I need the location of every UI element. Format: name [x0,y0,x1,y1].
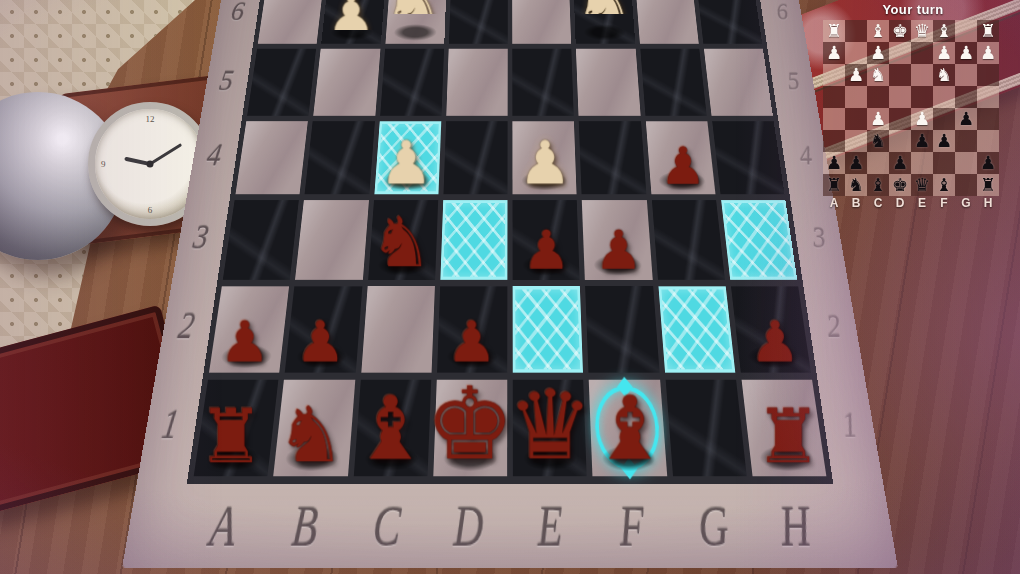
rank-label-left-1: 1 [159,401,183,448]
mini-file-label-D: D [889,196,911,210]
mini-square-e1: ♛ [911,174,933,196]
square-g1[interactable] [665,380,746,476]
mini-square-g7: ♟ [955,42,977,64]
square-b4[interactable] [305,121,375,194]
mini-square-c7: ♟ [867,42,889,64]
mini-square-f5 [933,86,955,108]
square-b6[interactable]: ♟ [321,0,385,44]
mini-square-d8: ♚ [889,20,911,42]
square-e5[interactable] [512,49,574,116]
mini-square-b2: ♟ [845,152,867,174]
mini-square-g8 [955,20,977,42]
rank-label-right-3: 3 [810,219,828,254]
piece-black-rook-a1[interactable]: ♜ [198,399,265,474]
mini-square-c4: ♟ [867,108,889,130]
mini-square-c6: ♞ [867,64,889,86]
square-b5[interactable] [313,49,380,116]
mini-square-e8: ♛ [911,20,933,42]
mini-file-label-C: C [867,196,889,210]
mini-file-label-B: B [845,196,867,210]
mini-square-e2 [911,152,933,174]
mini-piece-black-pawn-a2: ♟ [823,152,845,174]
square-h4[interactable] [712,121,785,194]
mini-square-e5 [911,86,933,108]
mini-piece-black-pawn-b2: ♟ [845,152,867,174]
mini-square-f2 [933,152,955,174]
mini-square-e7 [911,42,933,64]
rank-label-right-5: 5 [785,66,801,95]
square-g2[interactable] [658,286,735,373]
mini-square-h1: ♜ [977,174,999,196]
square-e4[interactable]: ♟ [512,121,576,194]
square-f6[interactable]: ♞ [574,0,635,44]
chess-board: ♜♝♚♛♝♜♟♟♟♟♟♟♞♞♟♟♟♞♟♟♟♟♟♟♜♞♝♚♛♝♜ AABBCCDD… [122,0,898,568]
mini-square-f4 [933,108,955,130]
file-label-bottom-G: G [696,494,732,559]
mini-square-e3: ♟ [911,130,933,152]
mini-square-b3 [845,130,867,152]
mini-square-g4: ♟ [955,108,977,130]
mini-square-a2: ♟ [823,152,845,174]
piece-white-knight-f6[interactable]: ♞ [574,0,637,42]
mini-piece-white-bishop-c8: ♝ [867,20,889,42]
mini-square-h7: ♟ [977,42,999,64]
mini-file-label-H: H [977,196,999,210]
square-f1[interactable]: ♝ [589,380,667,476]
square-g5[interactable] [640,49,707,116]
file-label-bottom-B: B [289,494,320,559]
square-a3[interactable] [223,200,299,280]
mini-piece-black-pawn-e3: ♟ [911,130,933,152]
square-d4[interactable] [443,121,507,194]
mini-piece-black-king-d1: ♚ [889,174,911,196]
mini-piece-white-king-d8: ♚ [889,20,911,42]
piece-black-rook-h1[interactable]: ♜ [756,399,823,474]
square-e3[interactable]: ♟ [513,200,580,280]
file-label-bottom-A: A [206,494,240,559]
piece-white-pawn-e4[interactable]: ♟ [518,132,572,192]
mini-piece-black-pawn-f3: ♟ [933,130,955,152]
mini-board: ♜♝♚♛♝♜♟♟♟♟♟♟♞♞♟♟♟♞♟♟♟♟♟♟♜♞♝♚♛♝♜ [823,20,999,196]
mini-board-file-labels: ABCDEFGH [823,196,999,210]
board-squares: ♜♝♚♛♝♜♟♟♟♟♟♟♞♞♟♟♟♞♟♟♟♟♟♟♜♞♝♚♛♝♜ [187,0,834,484]
mini-square-c3: ♞ [867,130,889,152]
mini-square-d5 [889,86,911,108]
mini-square-b8 [845,20,867,42]
square-c5[interactable] [380,49,444,116]
piece-black-pawn-f3[interactable]: ♟ [594,223,642,277]
piece-white-pawn-c4[interactable]: ♟ [379,132,433,192]
mini-square-h6 [977,64,999,86]
mini-piece-black-pawn-g4: ♟ [955,108,977,130]
mini-square-f7: ♟ [933,42,955,64]
piece-black-pawn-g4[interactable]: ♟ [660,141,706,193]
file-label-bottom-E: E [537,494,563,559]
mini-square-d7 [889,42,911,64]
mini-piece-white-rook-a8: ♜ [823,20,845,42]
square-b3[interactable] [295,200,368,280]
mini-piece-white-knight-c6: ♞ [867,64,889,86]
mini-piece-white-pawn-c7: ♟ [867,42,889,64]
mini-piece-black-queen-e1: ♛ [911,174,933,196]
square-c3[interactable]: ♞ [368,200,438,280]
mini-piece-white-knight-f6: ♞ [933,64,955,86]
mini-square-h3 [977,130,999,152]
mini-square-h2: ♟ [977,152,999,174]
mini-square-a8: ♜ [823,20,845,42]
square-a5[interactable] [247,49,316,116]
mini-piece-black-rook-h1: ♜ [977,174,999,196]
mini-piece-white-pawn-c4: ♟ [867,108,889,130]
square-f3[interactable]: ♟ [582,200,652,280]
piece-black-king-d1[interactable]: ♚ [426,374,515,474]
mini-piece-white-rook-h8: ♜ [977,20,999,42]
mini-piece-white-pawn-g7: ♟ [955,42,977,64]
mini-piece-white-bishop-f8: ♝ [933,20,955,42]
piece-black-pawn-h2[interactable]: ♟ [750,314,801,370]
square-d5[interactable] [446,49,508,116]
mini-piece-white-pawn-e4: ♟ [911,108,933,130]
square-e2[interactable] [513,286,584,373]
piece-black-knight-b1[interactable]: ♞ [276,397,345,474]
square-g6[interactable] [635,0,699,44]
hud-overlay: Your turn ♜♝♚♛♝♜♟♟♟♟♟♟♞♞♟♟♟♞♟♟♟♟♟♟♜♞♝♚♛♝… [815,0,1011,17]
mini-file-label-F: F [933,196,955,210]
piece-black-queen-e1[interactable]: ♛ [507,378,593,474]
file-label-bottom-C: C [371,494,402,559]
mini-piece-black-knight-b1: ♞ [845,174,867,196]
rank-label-left-4: 4 [204,138,224,173]
mini-square-f1: ♝ [933,174,955,196]
rank-label-left-2: 2 [175,305,197,348]
square-a2[interactable]: ♟ [209,286,289,373]
game-scene: 123 69 ♜♝♚♛♝♜♟♟♟♟♟♟♞♞♟♟♟♞♟♟♟♟♟♟♜♞♝♚♛♝♜ A… [0,0,1020,574]
mini-square-h8: ♜ [977,20,999,42]
square-f5[interactable] [576,49,640,116]
mini-square-d6 [889,64,911,86]
mini-file-label-G: G [955,196,977,210]
square-d1[interactable]: ♚ [433,380,507,476]
square-b2[interactable]: ♟ [285,286,362,373]
mini-piece-white-pawn-h7: ♟ [977,42,999,64]
mini-square-g2 [955,152,977,174]
mini-square-d1: ♚ [889,174,911,196]
piece-white-pawn-b6[interactable]: ♟ [326,0,375,42]
square-e1[interactable]: ♛ [513,380,587,476]
mini-square-a4 [823,108,845,130]
square-c4[interactable]: ♟ [374,121,441,194]
mini-square-d3 [889,130,911,152]
mini-square-g1 [955,174,977,196]
piece-white-knight-c6[interactable]: ♞ [383,0,446,42]
mini-square-f6: ♞ [933,64,955,86]
square-h1[interactable]: ♜ [741,380,826,476]
mini-square-a3 [823,130,845,152]
mini-square-b5 [845,86,867,108]
mini-square-h4 [977,108,999,130]
mini-square-a7: ♟ [823,42,845,64]
mini-piece-white-queen-e8: ♛ [911,20,933,42]
mini-square-d4 [889,108,911,130]
mini-square-c2 [867,152,889,174]
mini-square-f8: ♝ [933,20,955,42]
mini-square-d2: ♟ [889,152,911,174]
piece-black-pawn-a2[interactable]: ♟ [219,314,270,370]
mini-square-c1: ♝ [867,174,889,196]
mini-piece-black-bishop-c1: ♝ [867,174,889,196]
square-d3[interactable] [440,200,507,280]
mini-square-g3 [955,130,977,152]
mini-piece-black-knight-c3: ♞ [867,130,889,152]
square-a4[interactable] [236,121,309,194]
square-d2[interactable]: ♟ [437,286,508,373]
mini-square-c5 [867,86,889,108]
rank-label-left-6: 6 [229,0,247,27]
square-f4[interactable] [579,121,646,194]
square-c1[interactable]: ♝ [353,380,431,476]
mini-square-e4: ♟ [911,108,933,130]
mini-piece-black-pawn-d2: ♟ [889,152,911,174]
mini-square-f3: ♟ [933,130,955,152]
turn-indicator: Your turn [815,0,1011,17]
piece-black-pawn-b2[interactable]: ♟ [295,314,346,370]
mini-square-b4 [845,108,867,130]
mini-piece-white-pawn-b6: ♟ [845,64,867,86]
mini-piece-black-rook-a1: ♜ [823,174,845,196]
square-h2[interactable]: ♟ [731,286,811,373]
file-label-bottom-F: F [617,494,646,559]
file-label-bottom-H: H [776,494,814,559]
mini-piece-white-pawn-f7: ♟ [933,42,955,64]
mini-piece-black-bishop-f1: ♝ [933,174,955,196]
mini-square-b7 [845,42,867,64]
piece-black-pawn-d2[interactable]: ♟ [447,314,498,370]
mini-square-b6: ♟ [845,64,867,86]
mini-square-b1: ♞ [845,174,867,196]
mini-file-label-A: A [823,196,845,210]
square-h6[interactable] [696,0,762,44]
piece-black-pawn-e3[interactable]: ♟ [522,223,570,277]
mini-square-h5 [977,86,999,108]
mini-square-g6 [955,64,977,86]
square-d6[interactable] [449,0,508,44]
mini-square-a5 [823,86,845,108]
file-label-bottom-D: D [453,494,484,559]
mini-square-g5 [955,86,977,108]
square-b1[interactable]: ♞ [273,380,354,476]
rank-label-right-4: 4 [797,139,814,171]
square-f2[interactable] [585,286,659,373]
rank-label-left-3: 3 [191,217,212,256]
square-c2[interactable] [361,286,435,373]
square-c6[interactable]: ♞ [385,0,446,44]
rank-label-right-6: 6 [774,0,790,25]
square-g3[interactable] [651,200,724,280]
mini-square-c8: ♝ [867,20,889,42]
rank-label-left-5: 5 [217,64,236,97]
square-g4[interactable]: ♟ [645,121,715,194]
mini-piece-white-pawn-a7: ♟ [823,42,845,64]
mini-square-e6 [911,64,933,86]
square-h5[interactable] [704,49,773,116]
mini-file-label-E: E [911,196,933,210]
piece-black-knight-c3[interactable]: ♞ [370,208,432,278]
mini-square-a6 [823,64,845,86]
square-h3[interactable] [721,200,797,280]
piece-black-bishop-c1[interactable]: ♝ [351,385,430,473]
rank-label-right-1: 1 [839,403,860,445]
square-e6[interactable] [512,0,571,44]
mini-piece-black-pawn-h2: ♟ [977,152,999,174]
square-a6[interactable] [258,0,324,44]
mini-square-a1: ♜ [823,174,845,196]
square-a1[interactable]: ♜ [194,380,279,476]
rank-label-right-2: 2 [824,307,844,345]
